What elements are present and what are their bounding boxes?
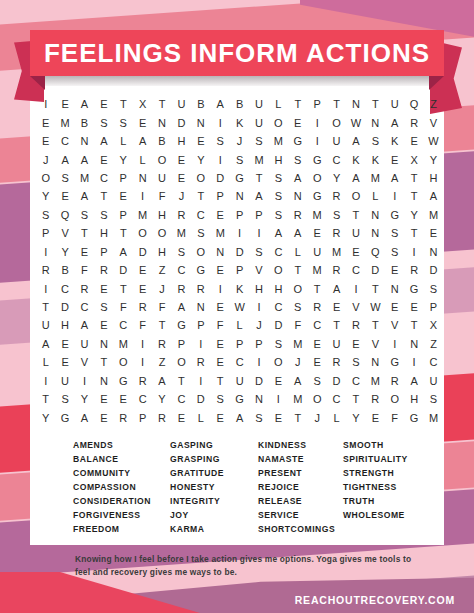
grid-cell[interactable]: R <box>172 279 191 297</box>
grid-cell[interactable]: E <box>36 132 55 150</box>
grid-cell[interactable]: X <box>133 95 152 113</box>
grid-cell[interactable]: C <box>424 353 443 371</box>
grid-cell[interactable]: J <box>172 187 191 205</box>
grid-cell[interactable]: E <box>133 113 152 131</box>
grid-cell[interactable]: O <box>288 279 307 297</box>
grid-cell[interactable]: R <box>327 224 346 242</box>
grid-cell[interactable]: A <box>75 408 94 426</box>
grid-cell[interactable]: A <box>75 150 94 168</box>
grid-cell[interactable]: A <box>346 169 365 187</box>
grid-cell[interactable]: G <box>55 408 74 426</box>
grid-cell[interactable]: S <box>249 132 268 150</box>
grid-cell[interactable]: T <box>366 279 385 297</box>
grid-cell[interactable]: M <box>133 206 152 224</box>
grid-cell[interactable]: A <box>172 298 191 316</box>
grid-cell[interactable]: D <box>114 261 133 279</box>
grid-cell[interactable]: H <box>249 279 268 297</box>
grid-cell[interactable]: E <box>172 169 191 187</box>
grid-cell[interactable]: F <box>211 316 230 334</box>
grid-cell[interactable]: K <box>385 132 404 150</box>
grid-cell[interactable]: L <box>133 150 152 168</box>
grid-cell[interactable]: M <box>75 169 94 187</box>
grid-cell[interactable]: R <box>404 113 423 131</box>
grid-cell[interactable]: G <box>385 206 404 224</box>
grid-cell[interactable]: L <box>230 316 249 334</box>
grid-cell[interactable]: M <box>55 113 74 131</box>
grid-cell[interactable]: F <box>152 187 171 205</box>
grid-cell[interactable]: H <box>269 279 288 297</box>
grid-cell[interactable]: X <box>424 316 443 334</box>
grid-cell[interactable]: P <box>230 261 249 279</box>
grid-cell[interactable]: U <box>36 316 55 334</box>
grid-cell[interactable]: W <box>346 113 365 131</box>
grid-cell[interactable]: A <box>424 187 443 205</box>
grid-cell[interactable]: N <box>211 243 230 261</box>
grid-cell[interactable]: D <box>172 113 191 131</box>
grid-cell[interactable]: U <box>249 95 268 113</box>
grid-cell[interactable]: T <box>249 169 268 187</box>
grid-cell[interactable]: D <box>191 390 210 408</box>
grid-cell[interactable]: U <box>152 169 171 187</box>
grid-cell[interactable]: R <box>152 408 171 426</box>
grid-cell[interactable]: I <box>191 372 210 390</box>
grid-cell[interactable]: Y <box>152 390 171 408</box>
grid-cell[interactable]: I <box>36 95 55 113</box>
website-link[interactable]: REACHOUTRECOVERY.COM <box>295 594 455 606</box>
grid-cell[interactable]: T <box>172 372 191 390</box>
grid-cell[interactable]: E <box>94 150 113 168</box>
grid-cell[interactable]: Z <box>424 335 443 353</box>
grid-cell[interactable]: O <box>133 224 152 242</box>
grid-cell[interactable]: I <box>211 113 230 131</box>
grid-cell[interactable]: Y <box>346 408 365 426</box>
grid-cell[interactable]: E <box>191 132 210 150</box>
grid-cell[interactable]: U <box>249 113 268 131</box>
grid-cell[interactable]: Z <box>152 353 171 371</box>
grid-cell[interactable]: T <box>366 95 385 113</box>
grid-cell[interactable]: I <box>307 132 326 150</box>
grid-cell[interactable]: H <box>55 316 74 334</box>
grid-cell[interactable]: A <box>114 243 133 261</box>
grid-cell[interactable]: S <box>75 206 94 224</box>
grid-cell[interactable]: D <box>55 298 74 316</box>
grid-cell[interactable]: F <box>385 408 404 426</box>
grid-cell[interactable]: E <box>366 408 385 426</box>
grid-cell[interactable]: N <box>366 206 385 224</box>
grid-cell[interactable]: U <box>75 335 94 353</box>
grid-cell[interactable]: T <box>114 95 133 113</box>
grid-cell[interactable]: S <box>55 390 74 408</box>
grid-cell[interactable]: V <box>249 261 268 279</box>
grid-cell[interactable]: G <box>307 187 326 205</box>
grid-cell[interactable]: N <box>94 335 113 353</box>
grid-cell[interactable]: I <box>404 243 423 261</box>
grid-cell[interactable]: H <box>152 206 171 224</box>
grid-cell[interactable]: H <box>152 243 171 261</box>
grid-cell[interactable]: I <box>269 390 288 408</box>
grid-cell[interactable]: R <box>133 298 152 316</box>
grid-cell[interactable]: T <box>36 390 55 408</box>
grid-cell[interactable]: G <box>172 316 191 334</box>
grid-cell[interactable]: S <box>211 132 230 150</box>
grid-cell[interactable]: I <box>249 224 268 242</box>
grid-cell[interactable]: O <box>307 169 326 187</box>
grid-cell[interactable]: Y <box>55 243 74 261</box>
grid-cell[interactable]: L <box>114 132 133 150</box>
grid-cell[interactable]: O <box>307 390 326 408</box>
grid-cell[interactable]: M <box>211 224 230 242</box>
grid-cell[interactable]: E <box>424 224 443 242</box>
grid-cell[interactable]: C <box>346 372 365 390</box>
grid-cell[interactable]: C <box>55 132 74 150</box>
grid-cell[interactable]: E <box>307 335 326 353</box>
grid-cell[interactable]: O <box>114 353 133 371</box>
grid-cell[interactable]: E <box>346 243 365 261</box>
grid-cell[interactable]: T <box>288 408 307 426</box>
grid-cell[interactable]: E <box>211 298 230 316</box>
grid-cell[interactable]: E <box>94 279 113 297</box>
grid-cell[interactable]: A <box>152 372 171 390</box>
grid-cell[interactable]: T <box>327 316 346 334</box>
grid-cell[interactable]: A <box>75 95 94 113</box>
grid-cell[interactable]: Z <box>424 95 443 113</box>
grid-cell[interactable]: N <box>366 353 385 371</box>
grid-cell[interactable]: S <box>55 169 74 187</box>
grid-cell[interactable]: N <box>366 113 385 131</box>
grid-cell[interactable]: C <box>346 261 365 279</box>
grid-cell[interactable]: S <box>327 206 346 224</box>
grid-cell[interactable]: A <box>55 150 74 168</box>
grid-cell[interactable]: M <box>366 169 385 187</box>
grid-cell[interactable]: V <box>75 353 94 371</box>
grid-cell[interactable]: E <box>172 150 191 168</box>
grid-cell[interactable]: J <box>230 132 249 150</box>
grid-cell[interactable]: M <box>307 261 326 279</box>
grid-cell[interactable]: N <box>191 113 210 131</box>
grid-cell[interactable]: A <box>249 187 268 205</box>
grid-cell[interactable]: T <box>114 224 133 242</box>
grid-cell[interactable]: A <box>36 335 55 353</box>
grid-cell[interactable]: E <box>385 298 404 316</box>
grid-cell[interactable]: O <box>172 353 191 371</box>
grid-cell[interactable]: E <box>94 390 113 408</box>
grid-cell[interactable]: M <box>327 243 346 261</box>
grid-cell[interactable]: K <box>230 279 249 297</box>
grid-cell[interactable]: P <box>230 206 249 224</box>
grid-cell[interactable]: S <box>385 243 404 261</box>
grid-cell[interactable]: I <box>36 372 55 390</box>
grid-cell[interactable]: T <box>94 353 113 371</box>
grid-cell[interactable]: E <box>385 261 404 279</box>
grid-cell[interactable]: E <box>94 408 113 426</box>
grid-cell[interactable]: R <box>152 335 171 353</box>
grid-cell[interactable]: S <box>114 113 133 131</box>
grid-cell[interactable]: A <box>385 113 404 131</box>
grid-cell[interactable]: S <box>36 206 55 224</box>
grid-cell[interactable]: S <box>94 298 113 316</box>
grid-cell[interactable]: U <box>327 335 346 353</box>
grid-cell[interactable]: C <box>172 261 191 279</box>
grid-cell[interactable]: U <box>55 372 74 390</box>
grid-cell[interactable]: G <box>230 169 249 187</box>
grid-cell[interactable]: N <box>94 372 113 390</box>
grid-cell[interactable]: D <box>327 372 346 390</box>
grid-cell[interactable]: C <box>230 353 249 371</box>
grid-cell[interactable]: A <box>94 132 113 150</box>
grid-cell[interactable]: S <box>366 132 385 150</box>
grid-cell[interactable]: J <box>288 353 307 371</box>
grid-cell[interactable]: T <box>346 390 365 408</box>
grid-cell[interactable]: E <box>269 408 288 426</box>
grid-cell[interactable]: D <box>249 372 268 390</box>
grid-cell[interactable]: E <box>55 353 74 371</box>
grid-cell[interactable]: S <box>249 243 268 261</box>
grid-cell[interactable]: D <box>133 243 152 261</box>
grid-cell[interactable]: M <box>424 206 443 224</box>
grid-cell[interactable]: T <box>307 279 326 297</box>
grid-cell[interactable]: N <box>191 298 210 316</box>
grid-cell[interactable]: P <box>424 298 443 316</box>
grid-cell[interactable]: N <box>230 187 249 205</box>
grid-cell[interactable]: E <box>211 261 230 279</box>
grid-cell[interactable]: E <box>55 187 74 205</box>
grid-cell[interactable]: L <box>36 353 55 371</box>
grid-cell[interactable]: Y <box>36 187 55 205</box>
grid-cell[interactable]: E <box>307 224 326 242</box>
grid-cell[interactable]: O <box>346 187 365 205</box>
grid-cell[interactable]: V <box>55 224 74 242</box>
grid-cell[interactable]: Y <box>114 150 133 168</box>
grid-cell[interactable]: H <box>404 390 423 408</box>
grid-cell[interactable]: D <box>269 316 288 334</box>
grid-cell[interactable]: G <box>288 132 307 150</box>
grid-cell[interactable]: E <box>211 206 230 224</box>
grid-cell[interactable]: E <box>211 408 230 426</box>
grid-cell[interactable]: R <box>288 206 307 224</box>
grid-cell[interactable]: T <box>346 206 365 224</box>
grid-cell[interactable]: M <box>269 132 288 150</box>
grid-cell[interactable]: M <box>288 335 307 353</box>
grid-cell[interactable]: A <box>230 408 249 426</box>
grid-cell[interactable]: U <box>172 95 191 113</box>
grid-cell[interactable]: O <box>152 224 171 242</box>
grid-cell[interactable]: Y <box>191 150 210 168</box>
grid-cell[interactable]: A <box>327 279 346 297</box>
grid-cell[interactable]: S <box>269 169 288 187</box>
grid-cell[interactable]: C <box>269 298 288 316</box>
grid-cell[interactable]: O <box>385 390 404 408</box>
grid-cell[interactable]: A <box>288 224 307 242</box>
grid-cell[interactable]: M <box>249 150 268 168</box>
grid-cell[interactable]: R <box>191 353 210 371</box>
grid-cell[interactable]: S <box>269 187 288 205</box>
grid-cell[interactable]: S <box>269 206 288 224</box>
grid-cell[interactable]: I <box>133 335 152 353</box>
grid-cell[interactable]: D <box>230 243 249 261</box>
grid-cell[interactable]: G <box>191 261 210 279</box>
grid-cell[interactable]: L <box>269 95 288 113</box>
grid-cell[interactable]: C <box>172 390 191 408</box>
grid-cell[interactable]: S <box>424 390 443 408</box>
grid-cell[interactable]: T <box>191 187 210 205</box>
grid-cell[interactable]: L <box>366 187 385 205</box>
grid-cell[interactable]: I <box>230 224 249 242</box>
grid-cell[interactable]: H <box>94 224 113 242</box>
grid-cell[interactable]: P <box>249 335 268 353</box>
grid-cell[interactable]: R <box>191 279 210 297</box>
grid-cell[interactable]: M <box>172 224 191 242</box>
grid-cell[interactable]: Q <box>55 206 74 224</box>
grid-cell[interactable]: S <box>249 408 268 426</box>
grid-cell[interactable]: P <box>114 206 133 224</box>
grid-cell[interactable]: P <box>133 408 152 426</box>
grid-cell[interactable]: R <box>75 279 94 297</box>
grid-cell[interactable]: Y <box>75 390 94 408</box>
grid-cell[interactable]: I <box>346 279 365 297</box>
grid-cell[interactable]: T <box>211 372 230 390</box>
grid-cell[interactable]: X <box>404 150 423 168</box>
grid-cell[interactable]: I <box>307 113 326 131</box>
grid-cell[interactable]: R <box>36 261 55 279</box>
grid-cell[interactable]: W <box>424 132 443 150</box>
grid-cell[interactable]: E <box>307 353 326 371</box>
grid-cell[interactable]: M <box>424 408 443 426</box>
grid-cell[interactable]: C <box>327 150 346 168</box>
grid-cell[interactable]: M <box>307 206 326 224</box>
grid-cell[interactable]: Q <box>404 95 423 113</box>
grid-cell[interactable]: I <box>385 187 404 205</box>
grid-cell[interactable]: E <box>75 243 94 261</box>
grid-cell[interactable]: S <box>230 150 249 168</box>
grid-cell[interactable]: R <box>172 206 191 224</box>
grid-cell[interactable]: P <box>230 335 249 353</box>
grid-cell[interactable]: E <box>211 353 230 371</box>
grid-cell[interactable]: E <box>269 372 288 390</box>
grid-cell[interactable]: J <box>36 150 55 168</box>
grid-cell[interactable]: T <box>404 316 423 334</box>
grid-cell[interactable]: A <box>288 169 307 187</box>
grid-cell[interactable]: E <box>133 279 152 297</box>
grid-cell[interactable]: E <box>36 113 55 131</box>
grid-cell[interactable]: C <box>55 279 74 297</box>
grid-cell[interactable]: O <box>36 169 55 187</box>
grid-cell[interactable]: A <box>385 169 404 187</box>
grid-cell[interactable]: P <box>36 224 55 242</box>
grid-cell[interactable]: L <box>191 408 210 426</box>
grid-cell[interactable]: N <box>424 243 443 261</box>
grid-cell[interactable]: V <box>366 335 385 353</box>
grid-cell[interactable]: R <box>327 187 346 205</box>
grid-cell[interactable]: K <box>346 150 365 168</box>
grid-cell[interactable]: P <box>211 187 230 205</box>
grid-cell[interactable]: R <box>346 316 365 334</box>
grid-cell[interactable]: C <box>269 243 288 261</box>
grid-cell[interactable]: N <box>152 113 171 131</box>
grid-cell[interactable]: M <box>366 372 385 390</box>
grid-cell[interactable]: N <box>249 390 268 408</box>
grid-cell[interactable]: A <box>75 187 94 205</box>
grid-cell[interactable]: N <box>404 335 423 353</box>
grid-cell[interactable]: F <box>288 316 307 334</box>
grid-cell[interactable]: A <box>133 132 152 150</box>
grid-cell[interactable]: U <box>424 372 443 390</box>
grid-cell[interactable]: T <box>366 316 385 334</box>
grid-cell[interactable]: K <box>230 113 249 131</box>
grid-cell[interactable]: S <box>269 335 288 353</box>
grid-cell[interactable]: E <box>404 132 423 150</box>
grid-cell[interactable]: T <box>404 224 423 242</box>
grid-cell[interactable]: U <box>327 132 346 150</box>
grid-cell[interactable]: A <box>211 95 230 113</box>
grid-cell[interactable]: U <box>346 224 365 242</box>
grid-cell[interactable]: V <box>424 113 443 131</box>
grid-cell[interactable]: D <box>366 261 385 279</box>
grid-cell[interactable]: G <box>114 372 133 390</box>
grid-cell[interactable]: E <box>327 298 346 316</box>
grid-cell[interactable]: I <box>249 353 268 371</box>
grid-cell[interactable]: F <box>75 261 94 279</box>
grid-cell[interactable]: O <box>191 169 210 187</box>
grid-cell[interactable]: S <box>424 279 443 297</box>
grid-cell[interactable]: T <box>404 169 423 187</box>
grid-cell[interactable]: S <box>94 113 113 131</box>
grid-cell[interactable]: R <box>94 261 113 279</box>
grid-cell[interactable]: I <box>133 353 152 371</box>
grid-cell[interactable]: P <box>191 316 210 334</box>
grid-cell[interactable]: T <box>152 95 171 113</box>
grid-cell[interactable]: F <box>114 298 133 316</box>
grid-cell[interactable]: W <box>230 298 249 316</box>
grid-cell[interactable]: O <box>269 353 288 371</box>
grid-cell[interactable]: W <box>366 298 385 316</box>
grid-cell[interactable]: A <box>404 372 423 390</box>
grid-cell[interactable]: B <box>55 261 74 279</box>
grid-cell[interactable]: N <box>288 187 307 205</box>
grid-cell[interactable]: T <box>75 224 94 242</box>
grid-cell[interactable]: O <box>152 150 171 168</box>
grid-cell[interactable]: S <box>172 243 191 261</box>
grid-cell[interactable]: R <box>327 261 346 279</box>
grid-cell[interactable]: S <box>288 298 307 316</box>
grid-cell[interactable]: Y <box>327 169 346 187</box>
grid-cell[interactable]: O <box>269 113 288 131</box>
grid-cell[interactable]: I <box>211 279 230 297</box>
grid-cell[interactable]: A <box>346 132 365 150</box>
grid-cell[interactable]: S <box>191 224 210 242</box>
grid-cell[interactable]: H <box>424 169 443 187</box>
grid-cell[interactable]: Y <box>424 150 443 168</box>
grid-cell[interactable]: S <box>94 206 113 224</box>
grid-cell[interactable]: N <box>385 279 404 297</box>
grid-cell[interactable]: G <box>404 408 423 426</box>
grid-cell[interactable]: E <box>211 335 230 353</box>
grid-cell[interactable]: M <box>288 390 307 408</box>
grid-cell[interactable]: J <box>152 279 171 297</box>
grid-cell[interactable]: T <box>404 187 423 205</box>
grid-cell[interactable]: S <box>288 150 307 168</box>
grid-cell[interactable]: L <box>327 408 346 426</box>
grid-cell[interactable]: R <box>385 372 404 390</box>
grid-cell[interactable]: S <box>307 372 326 390</box>
grid-cell[interactable]: I <box>191 335 210 353</box>
grid-cell[interactable]: G <box>385 353 404 371</box>
grid-cell[interactable]: I <box>36 243 55 261</box>
grid-cell[interactable]: H <box>172 132 191 150</box>
grid-cell[interactable]: C <box>75 298 94 316</box>
grid-cell[interactable]: T <box>114 279 133 297</box>
grid-cell[interactable]: N <box>346 95 365 113</box>
grid-cell[interactable]: C <box>114 316 133 334</box>
